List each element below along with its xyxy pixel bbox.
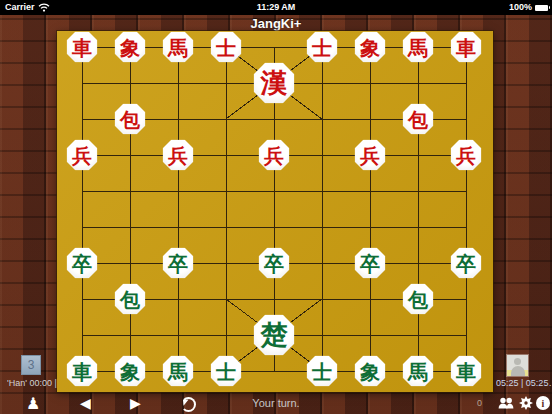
message-count: 0 bbox=[477, 393, 482, 414]
piece-cho-chariot[interactable]: 車 bbox=[451, 356, 482, 387]
settings-gear-icon[interactable] bbox=[519, 396, 533, 410]
piece-cho-cannon[interactable]: 包 bbox=[403, 284, 434, 315]
piece-han-soldier[interactable]: 兵 bbox=[163, 140, 194, 171]
app-title: JangKi+ bbox=[251, 16, 302, 31]
players-icon[interactable] bbox=[498, 396, 514, 410]
piece-cho-soldier[interactable]: 卒 bbox=[67, 248, 98, 279]
restart-icon[interactable] bbox=[181, 397, 196, 412]
redo-forward-button[interactable]: ▶ bbox=[130, 393, 141, 414]
piece-han-chariot[interactable]: 車 bbox=[67, 32, 98, 63]
cho-clock: 05:25 | 05:25… bbox=[496, 378, 552, 390]
move-count-badge: 3 bbox=[21, 355, 41, 375]
piece-cho-guard[interactable]: 士 bbox=[211, 356, 242, 387]
piece-cho-horse[interactable]: 馬 bbox=[403, 356, 434, 387]
piece-cho-horse[interactable]: 馬 bbox=[163, 356, 194, 387]
piece-han-cannon[interactable]: 包 bbox=[115, 104, 146, 135]
piece-han-chariot[interactable]: 車 bbox=[451, 32, 482, 63]
piece-han-soldier[interactable]: 兵 bbox=[451, 140, 482, 171]
title-bar: JangKi+ bbox=[0, 15, 552, 31]
piece-han-horse[interactable]: 馬 bbox=[403, 32, 434, 63]
janggi-board[interactable]: 車象馬士士象馬車漢包包兵兵兵兵兵卒卒卒卒卒包包楚車象馬士士象馬車 bbox=[57, 31, 493, 392]
avatar-body bbox=[511, 366, 525, 376]
undo-back-button[interactable]: ◀ bbox=[80, 393, 91, 414]
piece-han-soldier[interactable]: 兵 bbox=[67, 140, 98, 171]
pieces-pawn-button[interactable]: ♟ bbox=[26, 393, 40, 414]
piece-cho-chariot[interactable]: 車 bbox=[67, 356, 98, 387]
battery-icon bbox=[535, 5, 548, 11]
piece-cho-soldier[interactable]: 卒 bbox=[355, 248, 386, 279]
info-icon[interactable]: i bbox=[536, 396, 550, 410]
opponent-avatar[interactable] bbox=[507, 355, 528, 376]
battery-percent: 100% bbox=[509, 0, 532, 15]
piece-han-soldier[interactable]: 兵 bbox=[355, 140, 386, 171]
piece-cho-cannon[interactable]: 包 bbox=[115, 284, 146, 315]
piece-cho-soldier[interactable]: 卒 bbox=[451, 248, 482, 279]
piece-cho-elephant[interactable]: 象 bbox=[115, 356, 146, 387]
piece-han-elephant[interactable]: 象 bbox=[115, 32, 146, 63]
piece-han-general[interactable]: 漢 bbox=[254, 63, 295, 104]
status-time: 11:29 AM bbox=[0, 0, 552, 15]
piece-han-soldier[interactable]: 兵 bbox=[259, 140, 290, 171]
piece-han-guard[interactable]: 士 bbox=[307, 32, 338, 63]
han-clock: 'Han' 00:00 |… bbox=[7, 378, 57, 390]
status-bar: Carrier 11:29 AM 100% bbox=[0, 0, 552, 15]
piece-han-elephant[interactable]: 象 bbox=[355, 32, 386, 63]
svg-text:i: i bbox=[542, 398, 545, 409]
piece-cho-general[interactable]: 楚 bbox=[254, 315, 295, 356]
piece-cho-soldier[interactable]: 卒 bbox=[163, 248, 194, 279]
piece-cho-guard[interactable]: 士 bbox=[307, 356, 338, 387]
piece-han-horse[interactable]: 馬 bbox=[163, 32, 194, 63]
piece-cho-soldier[interactable]: 卒 bbox=[259, 248, 290, 279]
avatar-head bbox=[514, 358, 521, 365]
piece-han-guard[interactable]: 士 bbox=[211, 32, 242, 63]
bottom-toolbar: ♟ ◀ ▶ Your turn. 0 i bbox=[0, 393, 552, 414]
app-screen: Carrier 11:29 AM 100% JangKi+ 車象馬士士象馬車漢包… bbox=[0, 0, 552, 414]
piece-han-cannon[interactable]: 包 bbox=[403, 104, 434, 135]
piece-cho-elephant[interactable]: 象 bbox=[355, 356, 386, 387]
